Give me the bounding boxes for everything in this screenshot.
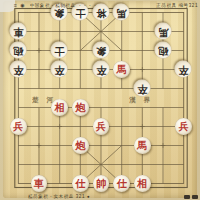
black-piece-砲[interactable]: 砲 [10, 42, 27, 59]
xiangqi-photo: ≡ ◉ 中国象棋・精制棋盘 ・・・・ 正品棋具 编号321 楚河 漢界 象士将馬… [0, 0, 200, 200]
board-cell: 卒 [132, 79, 153, 98]
board-lattice: 楚河 漢界 象士将馬車馬砲士象砲卒卒卒馬卒卒相炮兵兵兵炮馬車仕帥仕相 [8, 3, 194, 193]
red-piece-炮[interactable]: 炮 [72, 99, 89, 116]
maker-logo-icon: ≡ ◉ [14, 2, 26, 8]
black-piece-卒[interactable]: 卒 [175, 61, 192, 78]
black-piece-卒[interactable]: 卒 [134, 80, 151, 97]
board-cell: 兵 [173, 117, 194, 136]
board-cell: 馬 [153, 22, 174, 41]
red-piece-相[interactable]: 相 [51, 99, 68, 116]
board-cell: 車 [8, 22, 29, 41]
black-piece-砲[interactable]: 砲 [155, 42, 172, 59]
board-cell: 兵 [8, 117, 29, 136]
board-cell: 卒 [8, 60, 29, 79]
frame-bottom-caption: 精品象棋・实木棋盘 321 ● [28, 194, 90, 199]
board-cell: 兵 [91, 117, 112, 136]
board-cell: 砲 [8, 41, 29, 60]
board-cell: 士 [49, 41, 70, 60]
board-cell: 帥 [91, 174, 112, 193]
frame-top: ≡ ◉ 中国象棋・精制棋盘 ・・・・ 正品棋具 编号321 [14, 1, 198, 9]
frame-top-text-left: 中国象棋・精制棋盘 ・・・・ [30, 3, 98, 8]
board-cell: 卒 [49, 60, 70, 79]
board-cell: 仕 [111, 174, 132, 193]
board-cell: 炮 [70, 136, 91, 155]
red-piece-兵[interactable]: 兵 [175, 118, 192, 135]
board-cell: 卒 [173, 60, 194, 79]
red-piece-仕[interactable]: 仕 [113, 175, 130, 192]
black-piece-卒[interactable]: 卒 [10, 61, 27, 78]
frame-top-text-right: 正品棋具 编号321 [156, 3, 198, 8]
red-piece-馬[interactable]: 馬 [134, 137, 151, 154]
red-piece-兵[interactable]: 兵 [10, 118, 27, 135]
board-cell: 相 [49, 98, 70, 117]
black-piece-士[interactable]: 士 [51, 42, 68, 59]
black-piece-車[interactable]: 車 [10, 23, 27, 40]
board-cell: 砲 [153, 41, 174, 60]
board-cell: 卒 [91, 60, 112, 79]
board-cell: 象 [91, 41, 112, 60]
board-cell: 炮 [70, 98, 91, 117]
red-piece-炮[interactable]: 炮 [72, 137, 89, 154]
board-cell: 馬 [132, 136, 153, 155]
black-piece-馬[interactable]: 馬 [155, 23, 172, 40]
red-piece-兵[interactable]: 兵 [93, 118, 110, 135]
board-cell: 仕 [70, 174, 91, 193]
black-piece-卒[interactable]: 卒 [51, 61, 68, 78]
board-cell: 馬 [111, 60, 132, 79]
board-cell: 車 [29, 174, 50, 193]
red-piece-相[interactable]: 相 [134, 175, 151, 192]
red-piece-帥[interactable]: 帥 [93, 175, 110, 192]
brand-stamp-icon [184, 195, 198, 199]
red-piece-車[interactable]: 車 [31, 175, 48, 192]
black-piece-卒[interactable]: 卒 [93, 61, 110, 78]
board-grid: 象士将馬車馬砲士象砲卒卒卒馬卒卒相炮兵兵兵炮馬車仕帥仕相 [8, 3, 194, 193]
red-piece-仕[interactable]: 仕 [72, 175, 89, 192]
black-piece-象[interactable]: 象 [93, 42, 110, 59]
board-cell: 相 [132, 174, 153, 193]
frame-bottom: 精品象棋・实木棋盘 321 ● [28, 193, 198, 200]
red-piece-馬[interactable]: 馬 [113, 61, 130, 78]
